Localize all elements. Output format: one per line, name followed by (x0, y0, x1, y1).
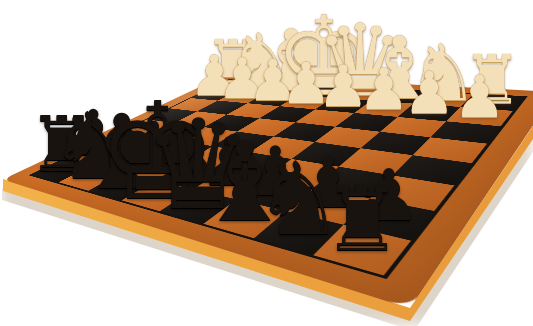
product-photo-scene: ♜♞♝♛♚♝♞♜♟♟♟♟♟♟♟♟♟♟♟♟♟♟♟♟♜♞♝♛♚♝♞♜ (0, 0, 533, 326)
piece-white-pawn-b2[interactable]: ♟ (403, 64, 455, 122)
piece-white-pawn-a2[interactable]: ♟ (453, 68, 506, 127)
piece-black-rook-a8[interactable]: ♜ (322, 176, 401, 264)
piece-white-pawn-c2[interactable]: ♟ (358, 61, 410, 119)
